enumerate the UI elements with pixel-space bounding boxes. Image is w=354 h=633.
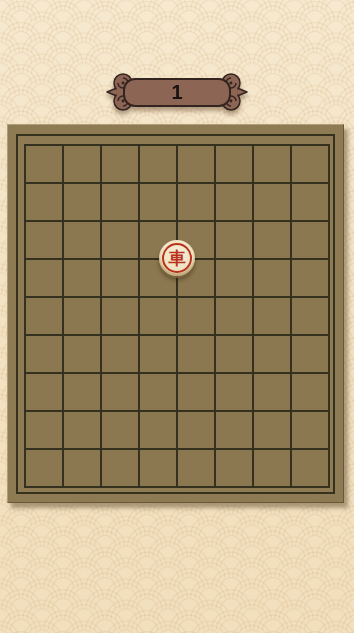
board-point-f2r0[interactable] xyxy=(82,126,120,164)
board-point-f2r3[interactable] xyxy=(82,240,120,278)
app-screen: 1 車 xyxy=(0,0,354,633)
board-point-f6r3[interactable] xyxy=(272,240,310,278)
board-point-f8r7[interactable] xyxy=(6,430,44,468)
board-point-f1r0[interactable] xyxy=(44,126,82,164)
board-point-f0r9[interactable] xyxy=(44,468,82,506)
board-point-f6r8[interactable] xyxy=(272,430,310,468)
board-point-f6r7[interactable] xyxy=(272,392,310,430)
board-point-f2r2[interactable] xyxy=(82,202,120,240)
board-point-f8r5[interactable] xyxy=(6,354,44,392)
board-point-f4r6[interactable] xyxy=(196,354,234,392)
board-point-f2r9[interactable] xyxy=(120,468,158,506)
board-point-f5r0[interactable] xyxy=(196,126,234,164)
board-point-f6r6[interactable] xyxy=(272,354,310,392)
board-point-f0r0[interactable] xyxy=(6,126,44,164)
board-point-f8r8[interactable] xyxy=(6,468,44,506)
board-point-f5r8[interactable] xyxy=(234,430,272,468)
board-point-f1r1[interactable] xyxy=(44,164,82,202)
board-point-f2r7[interactable] xyxy=(120,392,158,430)
board-point-f3r0[interactable] xyxy=(120,126,158,164)
board-point-f2r8[interactable] xyxy=(120,430,158,468)
board-point-f2r1[interactable] xyxy=(82,164,120,202)
board-point-f1r3[interactable] xyxy=(44,240,82,278)
board-point-f3r5[interactable] xyxy=(158,316,196,354)
board-points: 車 xyxy=(6,126,348,544)
board-point-f0r6[interactable] xyxy=(44,354,82,392)
board-point-f2r5[interactable] xyxy=(120,316,158,354)
board-point-f3r2[interactable] xyxy=(120,202,158,240)
board-point-f4r4[interactable] xyxy=(196,278,234,316)
board-point-f5r1[interactable] xyxy=(196,164,234,202)
board-point-f2r6[interactable] xyxy=(120,354,158,392)
board-point-f5r3[interactable] xyxy=(234,240,272,278)
board-point-f5r2[interactable] xyxy=(196,202,234,240)
board-point-f7r7[interactable] xyxy=(310,392,348,430)
xiangqi-board: 車 xyxy=(7,124,344,503)
board-point-f7r6[interactable] xyxy=(310,354,348,392)
board-point-f4r8[interactable] xyxy=(196,430,234,468)
board-point-f3r3[interactable] xyxy=(120,240,158,278)
board-point-f1r4[interactable] xyxy=(82,278,120,316)
board-point-f5r7[interactable] xyxy=(234,392,272,430)
board-point-f1r5[interactable] xyxy=(82,316,120,354)
board-point-f8r4[interactable] xyxy=(6,316,44,354)
board-point-f7r2[interactable] xyxy=(272,202,310,240)
board-point-f7r8[interactable] xyxy=(310,430,348,468)
board-point-f4r9[interactable] xyxy=(196,468,234,506)
board-point-f7r4[interactable] xyxy=(310,278,348,316)
board-point-f3r7[interactable] xyxy=(158,392,196,430)
board-point-f4r5[interactable] xyxy=(196,316,234,354)
board-point-f0r4[interactable] xyxy=(44,278,82,316)
move-counter-bar: 1 xyxy=(123,78,231,107)
board-point-f6r2[interactable] xyxy=(234,202,272,240)
board-point-f0r2[interactable] xyxy=(6,202,44,240)
board-point-f1r2[interactable] xyxy=(44,202,82,240)
board-point-f5r9[interactable] xyxy=(234,468,272,506)
board-point-f5r5[interactable] xyxy=(234,316,272,354)
board-point-f3r1[interactable] xyxy=(120,164,158,202)
board-point-f0r7[interactable] xyxy=(44,392,82,430)
red-chariot-piece[interactable]: 車 xyxy=(159,240,195,276)
piece-glyph: 車 xyxy=(169,250,186,267)
move-number: 1 xyxy=(171,82,182,102)
board-point-f1r9[interactable] xyxy=(82,468,120,506)
board-point-f6r1[interactable] xyxy=(234,164,272,202)
board-point-f7r0[interactable] xyxy=(272,126,310,164)
board-point-f6r5[interactable] xyxy=(272,316,310,354)
board-point-f7r5[interactable] xyxy=(310,316,348,354)
board-point-f0r5[interactable] xyxy=(44,316,82,354)
board-point-f8r2[interactable] xyxy=(310,202,348,240)
board-point-f0r1[interactable] xyxy=(6,164,44,202)
board-point-f8r9[interactable] xyxy=(6,506,44,544)
board-point-f4r7[interactable] xyxy=(196,392,234,430)
board-point-f4r2[interactable] xyxy=(158,202,196,240)
board-point-f0r3[interactable] xyxy=(6,240,44,278)
board-point-f2r4[interactable] xyxy=(120,278,158,316)
board-point-f6r4[interactable] xyxy=(272,278,310,316)
board-point-f4r3[interactable] xyxy=(196,240,234,278)
board-point-f7r1[interactable] xyxy=(272,164,310,202)
board-point-f0r8[interactable] xyxy=(44,430,82,468)
board-point-f7r9[interactable] xyxy=(310,468,348,506)
board-point-f5r4[interactable] xyxy=(234,278,272,316)
board-point-f8r3[interactable] xyxy=(6,278,44,316)
board-point-f8r0[interactable] xyxy=(310,126,348,164)
board-point-f3r8[interactable] xyxy=(158,430,196,468)
board-point-f7r3[interactable] xyxy=(310,240,348,278)
board-point-f6r0[interactable] xyxy=(234,126,272,164)
board-point-f1r7[interactable] xyxy=(82,392,120,430)
board-point-f8r6[interactable] xyxy=(6,392,44,430)
board-point-f3r6[interactable] xyxy=(158,354,196,392)
board-point-f5r6[interactable] xyxy=(234,354,272,392)
board-point-f3r9[interactable] xyxy=(158,468,196,506)
board-point-f4r1[interactable] xyxy=(158,164,196,202)
board-point-f1r6[interactable] xyxy=(82,354,120,392)
board-point-f4r0[interactable] xyxy=(158,126,196,164)
board-point-f1r8[interactable] xyxy=(82,430,120,468)
board-point-f6r9[interactable] xyxy=(272,468,310,506)
move-counter-plaque: 1 xyxy=(106,72,248,112)
board-point-f3r4[interactable] xyxy=(158,278,196,316)
board-point-f8r1[interactable] xyxy=(310,164,348,202)
